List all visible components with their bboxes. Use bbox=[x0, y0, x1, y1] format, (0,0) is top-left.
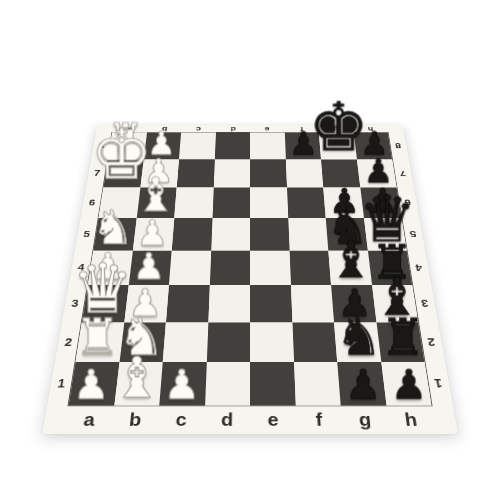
photo-scene: abcdefgh 87654321 ♜♟♟♚♟♚♟♟♝♟♟♞♟♞♛♟♟♝♜♛♟♟… bbox=[0, 0, 500, 500]
chess-board: ♜♟♟♚♟♚♟♟♝♟♟♞♟♞♛♟♟♝♜♛♟♟♝♜♞♞♜♟♝♟♟♟ bbox=[69, 132, 432, 405]
file-label-far-g: g bbox=[318, 125, 353, 132]
square-e7[interactable] bbox=[250, 159, 287, 187]
square-c6[interactable] bbox=[174, 188, 213, 218]
file-label-d: d bbox=[204, 409, 250, 430]
file-label-far-a: a bbox=[112, 125, 147, 132]
square-f5[interactable] bbox=[288, 218, 328, 250]
file-labels-near: abcdefgh bbox=[64, 405, 436, 434]
square-c4[interactable] bbox=[169, 250, 211, 285]
square-h2[interactable]: ♜ bbox=[376, 322, 424, 362]
square-f4[interactable] bbox=[289, 250, 331, 285]
square-e2[interactable] bbox=[250, 322, 294, 362]
file-label-far-d: d bbox=[216, 125, 250, 132]
square-f6[interactable] bbox=[287, 188, 326, 218]
piece-black-pawn-g1[interactable]: ♟ bbox=[345, 366, 382, 405]
rank-label-2: 2 bbox=[61, 322, 75, 362]
square-e4[interactable] bbox=[250, 250, 291, 285]
square-d2[interactable] bbox=[206, 322, 250, 362]
square-c1[interactable]: ♟ bbox=[159, 362, 206, 405]
square-f8[interactable]: ♟ bbox=[284, 132, 321, 159]
piece-white-pawn-b4[interactable]: ♟ bbox=[132, 250, 165, 285]
square-f3[interactable] bbox=[291, 285, 335, 322]
square-e6[interactable] bbox=[250, 188, 288, 218]
square-f1[interactable] bbox=[294, 362, 341, 405]
rank-label-1: 1 bbox=[54, 362, 69, 405]
file-label-far-f: f bbox=[284, 125, 319, 132]
chess-mat: abcdefgh 87654321 ♜♟♟♚♟♚♟♟♝♟♟♞♟♞♛♟♟♝♜♛♟♟… bbox=[42, 125, 458, 434]
square-h1[interactable]: ♟ bbox=[381, 362, 432, 405]
square-g1[interactable]: ♟ bbox=[337, 362, 386, 405]
square-d5[interactable] bbox=[211, 218, 250, 250]
file-label-h: h bbox=[387, 409, 436, 430]
square-c8[interactable] bbox=[179, 132, 216, 159]
piece-white-bishop-b6[interactable]: ♝ bbox=[134, 172, 176, 217]
piece-black-bishop-g4[interactable]: ♝ bbox=[329, 236, 374, 284]
square-d3[interactable] bbox=[208, 285, 250, 322]
file-label-far-b: b bbox=[147, 125, 182, 132]
square-d4[interactable] bbox=[209, 250, 250, 285]
rank-label-far-2: 2 bbox=[425, 322, 439, 362]
square-d8[interactable] bbox=[214, 132, 250, 159]
square-g8[interactable]: ♚ bbox=[319, 132, 357, 159]
file-label-far-h: h bbox=[352, 125, 387, 132]
square-d6[interactable] bbox=[212, 188, 250, 218]
piece-black-knight-g2[interactable]: ♞ bbox=[335, 312, 382, 362]
square-c5[interactable] bbox=[172, 218, 212, 250]
file-label-b: b bbox=[111, 409, 159, 430]
piece-white-pawn-a1[interactable]: ♟ bbox=[73, 366, 110, 405]
file-label-far-e: e bbox=[250, 125, 284, 132]
square-c2[interactable] bbox=[163, 322, 208, 362]
square-d7[interactable] bbox=[213, 159, 250, 187]
piece-white-bishop-b1[interactable]: ♝ bbox=[111, 351, 162, 405]
piece-black-pawn-f8[interactable]: ♟ bbox=[289, 128, 318, 158]
square-f7[interactable] bbox=[286, 159, 324, 187]
square-d1[interactable] bbox=[205, 362, 250, 405]
file-label-e: e bbox=[250, 409, 296, 430]
square-e1[interactable] bbox=[250, 362, 295, 405]
file-labels-far: abcdefgh bbox=[112, 125, 388, 132]
square-e8[interactable] bbox=[250, 132, 286, 159]
square-f2[interactable] bbox=[292, 322, 337, 362]
square-b4[interactable]: ♟ bbox=[128, 250, 171, 285]
file-label-g: g bbox=[341, 409, 389, 430]
square-b1[interactable]: ♝ bbox=[114, 362, 163, 405]
square-e5[interactable] bbox=[250, 218, 289, 250]
piece-black-pawn-h1[interactable]: ♟ bbox=[390, 366, 427, 405]
square-e3[interactable] bbox=[250, 285, 292, 322]
rank-label-far-8: 8 bbox=[393, 132, 403, 159]
file-label-f: f bbox=[296, 409, 343, 430]
square-c7[interactable] bbox=[177, 159, 215, 187]
file-label-far-c: c bbox=[181, 125, 216, 132]
file-label-c: c bbox=[157, 409, 204, 430]
square-g2[interactable]: ♞ bbox=[334, 322, 381, 362]
file-label-a: a bbox=[65, 409, 114, 430]
piece-white-knight-a5[interactable]: ♞ bbox=[92, 205, 134, 250]
piece-white-pawn-c1[interactable]: ♟ bbox=[164, 366, 201, 405]
piece-black-rook-h2[interactable]: ♜ bbox=[380, 313, 425, 361]
square-c3[interactable] bbox=[166, 285, 210, 322]
rank-label-far-1: 1 bbox=[431, 362, 446, 405]
square-g4[interactable]: ♝ bbox=[328, 250, 371, 285]
